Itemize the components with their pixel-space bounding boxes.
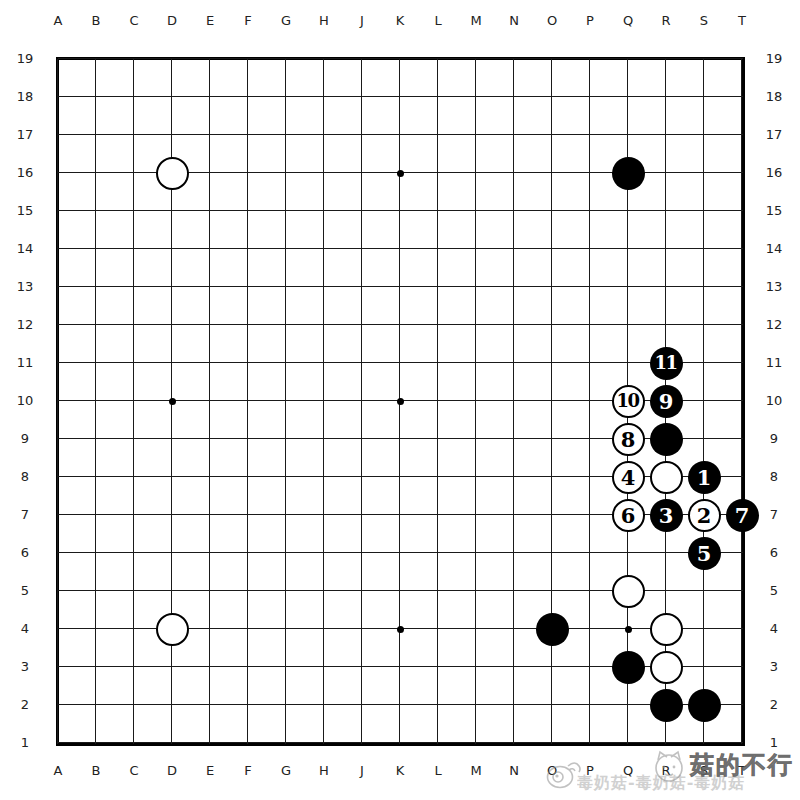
row-label-14-right: 14 [757, 241, 791, 256]
star-point-k16 [397, 170, 404, 177]
row-label-19-right: 19 [757, 51, 791, 66]
col-label-l-bottom: L [419, 763, 457, 778]
row-label-8-right: 8 [757, 469, 791, 484]
move-4-white-stone-q8: 4 [612, 461, 645, 494]
black-stone-r2 [650, 689, 683, 722]
row-label-1-right: 1 [757, 735, 791, 750]
row-label-3-right: 3 [757, 659, 791, 674]
row-label-7-right: 7 [757, 507, 791, 522]
star-point-q4 [625, 626, 632, 633]
move-number: 10 [616, 392, 638, 410]
move-number: 2 [697, 505, 712, 526]
row-label-14-left: 14 [10, 241, 40, 256]
row-label-11-right: 11 [757, 355, 791, 370]
row-label-4-right: 4 [757, 621, 791, 636]
row-label-2-right: 2 [757, 697, 791, 712]
col-label-n-bottom: N [495, 763, 533, 778]
move-number: 11 [654, 354, 676, 372]
white-stone-r4 [650, 613, 683, 646]
row-label-5-left: 5 [10, 583, 40, 598]
move-number: 9 [659, 391, 674, 412]
col-label-m-bottom: M [457, 763, 495, 778]
col-label-t-top: T [723, 13, 761, 28]
col-label-j-top: J [343, 13, 381, 28]
move-6-white-stone-q7: 6 [612, 499, 645, 532]
row-label-17-left: 17 [10, 127, 40, 142]
row-label-15-left: 15 [10, 203, 40, 218]
col-label-k-top: K [381, 13, 419, 28]
row-label-9-left: 9 [10, 431, 40, 446]
white-stone-d4 [156, 613, 189, 646]
star-point-d10 [169, 398, 176, 405]
col-label-r-bottom: R [647, 763, 685, 778]
row-label-16-left: 16 [10, 165, 40, 180]
row-label-5-right: 5 [757, 583, 791, 598]
black-stone-r9 [650, 423, 683, 456]
col-label-e-bottom: E [191, 763, 229, 778]
col-label-p-top: P [571, 13, 609, 28]
col-label-g-top: G [267, 13, 305, 28]
move-5-black-stone-s6: 5 [688, 537, 721, 570]
white-stone-q5 [612, 575, 645, 608]
star-point-k10 [397, 398, 404, 405]
col-label-p-bottom: P [571, 763, 609, 778]
col-label-t-bottom: T [723, 763, 761, 778]
move-number: 6 [621, 505, 636, 526]
row-label-2-left: 2 [10, 697, 40, 712]
col-label-b-top: B [77, 13, 115, 28]
row-label-10-right: 10 [757, 393, 791, 408]
move-number: 8 [621, 429, 636, 450]
row-label-7-left: 7 [10, 507, 40, 522]
col-label-k-bottom: K [381, 763, 419, 778]
row-label-16-right: 16 [757, 165, 791, 180]
row-label-19-left: 19 [10, 51, 40, 66]
row-label-10-left: 10 [10, 393, 40, 408]
col-label-h-top: H [305, 13, 343, 28]
move-7-black-stone-t7: 7 [726, 499, 759, 532]
move-1-black-stone-s8: 1 [688, 461, 721, 494]
row-label-13-right: 13 [757, 279, 791, 294]
row-label-6-right: 6 [757, 545, 791, 560]
black-stone-q3 [612, 651, 645, 684]
row-label-1-left: 1 [10, 735, 40, 750]
col-label-c-top: C [115, 13, 153, 28]
row-label-13-left: 13 [10, 279, 40, 294]
black-stone-s2 [688, 689, 721, 722]
col-label-q-bottom: Q [609, 763, 647, 778]
move-9-black-stone-r10: 9 [650, 385, 683, 418]
row-label-15-right: 15 [757, 203, 791, 218]
move-10-white-stone-q10: 10 [612, 385, 645, 418]
move-8-white-stone-q9: 8 [612, 423, 645, 456]
black-stone-q16 [612, 157, 645, 190]
col-label-f-top: F [229, 13, 267, 28]
row-label-4-left: 4 [10, 621, 40, 636]
move-number: 3 [659, 505, 674, 526]
row-label-6-left: 6 [10, 545, 40, 560]
row-label-3-left: 3 [10, 659, 40, 674]
go-board: 1234567891011 ABCDEFGHJKLMNOPQRST ABCDEF… [0, 0, 800, 800]
col-label-n-top: N [495, 13, 533, 28]
white-stone-r8 [650, 461, 683, 494]
move-3-black-stone-r7: 3 [650, 499, 683, 532]
col-label-f-bottom: F [229, 763, 267, 778]
row-label-9-right: 9 [757, 431, 791, 446]
row-label-18-right: 18 [757, 89, 791, 104]
row-label-17-right: 17 [757, 127, 791, 142]
star-point-k4 [397, 626, 404, 633]
row-label-11-left: 11 [10, 355, 40, 370]
col-label-h-bottom: H [305, 763, 343, 778]
board-grid: 1234567891011 [39, 40, 761, 762]
col-label-o-top: O [533, 13, 571, 28]
move-number: 4 [621, 467, 636, 488]
col-label-b-bottom: B [77, 763, 115, 778]
move-number: 1 [697, 467, 712, 488]
move-number: 7 [735, 505, 750, 526]
move-2-white-stone-s7: 2 [688, 499, 721, 532]
col-label-c-bottom: C [115, 763, 153, 778]
col-label-s-top: S [685, 13, 723, 28]
white-stone-r3 [650, 651, 683, 684]
col-label-d-bottom: D [153, 763, 191, 778]
col-label-e-top: E [191, 13, 229, 28]
col-label-l-top: L [419, 13, 457, 28]
col-label-j-bottom: J [343, 763, 381, 778]
move-11-black-stone-r11: 11 [650, 347, 683, 380]
col-label-m-top: M [457, 13, 495, 28]
col-label-g-bottom: G [267, 763, 305, 778]
col-label-r-top: R [647, 13, 685, 28]
row-label-18-left: 18 [10, 89, 40, 104]
move-number: 5 [697, 543, 712, 564]
row-label-12-right: 12 [757, 317, 791, 332]
col-label-o-bottom: O [533, 763, 571, 778]
row-label-12-left: 12 [10, 317, 40, 332]
col-label-s-bottom: S [685, 763, 723, 778]
black-stone-o4 [536, 613, 569, 646]
white-stone-d16 [156, 157, 189, 190]
col-label-a-top: A [39, 13, 77, 28]
col-label-d-top: D [153, 13, 191, 28]
col-label-a-bottom: A [39, 763, 77, 778]
row-label-8-left: 8 [10, 469, 40, 484]
col-label-q-top: Q [609, 13, 647, 28]
